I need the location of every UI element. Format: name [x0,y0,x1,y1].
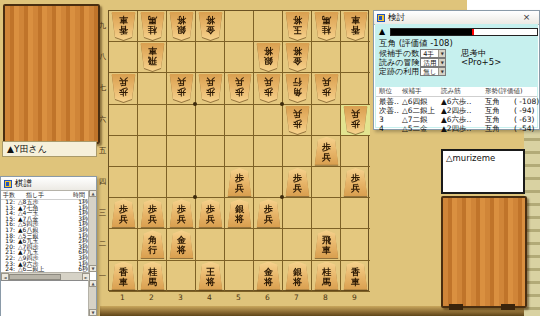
chevron-down-icon[interactable]: ▼ [438,59,445,66]
square-5六[interactable] [225,105,254,136]
setting-label: 読みの冒険 [379,58,419,67]
chevron-down-icon[interactable]: ▼ [438,68,445,75]
kifu-titlebar[interactable]: 棋譜 [1,177,96,191]
file-labels: 123456789 [108,292,369,303]
komadai-foot [501,304,515,310]
sente-mark: ▲ [379,27,385,36]
sente-piece-歩兵[interactable]: 歩兵 [314,74,339,102]
sente-piece-歩兵[interactable]: 歩兵 [256,74,281,102]
sente-piece-金将[interactable]: 金将 [198,12,223,40]
square-9五[interactable] [341,136,370,167]
rank-label: 四 [97,166,108,197]
square-2八[interactable]: 飛車 [138,42,167,73]
col-rank: 順位 [379,87,392,96]
gote-piece-王将[interactable]: 王将 [198,262,223,290]
square-8六[interactable] [312,105,341,136]
square-9一[interactable]: 香車 [341,261,370,292]
file-label: 9 [340,292,369,303]
candidate-pv: ▲6六歩.. [441,97,471,106]
square-2七[interactable] [138,73,167,104]
file-label: 5 [224,292,253,303]
square-9九[interactable]: 香車 [341,11,370,42]
candidate-judgement: 互角 [485,124,500,133]
file-label: 7 [282,292,311,303]
square-5二[interactable] [225,229,254,260]
square-6三[interactable]: 歩兵 [254,198,283,229]
square-8七[interactable]: 歩兵 [312,73,341,104]
sente-piece-角行[interactable]: 角行 [285,74,310,102]
kifu-vertical-scrollbar[interactable]: ▲ ▼ [88,190,96,272]
scroll-up-icon[interactable]: ▲ [89,280,97,287]
square-1七[interactable]: 歩兵 [109,73,138,104]
candidate-move: △7二銀 [402,115,428,124]
candidate-score: ( -54) [514,124,535,133]
candidate-move: △6四銀 [402,97,428,106]
square-8九[interactable]: 桂馬 [312,11,341,42]
sente-piece-歩兵[interactable]: 歩兵 [343,106,368,134]
sente-piece-歩兵[interactable]: 歩兵 [169,74,194,102]
square-6二[interactable] [254,229,283,260]
gote-piece-香車[interactable]: 香車 [343,262,368,290]
gote-piece-銀将[interactable]: 銀将 [227,199,252,227]
square-3五[interactable] [167,136,196,167]
gote-piece-香車[interactable]: 香車 [111,262,136,290]
analysis-window-icon [377,14,385,22]
setting-label: 定跡の利用 [379,67,419,76]
gote-piece-歩兵[interactable]: 歩兵 [256,199,281,227]
kifu-horizontal-scrollbar[interactable]: ◄ ► [1,272,90,280]
square-7八[interactable]: 金将 [283,42,312,73]
sente-komadai [3,4,100,144]
sente-name-plate: ▲Y田さん [2,141,97,157]
square-4九[interactable]: 金将 [196,11,225,42]
candidate-row[interactable]: 次善..△6二銀上▲2四歩..互角( -94) [376,106,537,115]
col-candidate: 候補手 [402,87,422,96]
gote-piece-角行[interactable]: 角行 [140,230,165,258]
square-4五[interactable] [196,136,225,167]
square-3四[interactable] [167,167,196,198]
square-2二[interactable]: 角行 [138,229,167,260]
eval-bar-tick [472,29,474,35]
square-4三[interactable]: 歩兵 [196,198,225,229]
analysis-body: ▲ △ 互角 (評価値 -108) 候補手の数4手▼ 思考中 読みの冒険活用▼ … [375,24,538,128]
scroll-down-icon[interactable]: ▼ [89,309,97,316]
square-1六[interactable] [109,105,138,136]
gote-komadai [441,196,527,308]
dropdown-value: 活用 [423,60,436,67]
square-5九[interactable] [225,11,254,42]
square-1四[interactable] [109,167,138,198]
square-7二[interactable] [283,229,312,260]
file-label: 6 [253,292,282,303]
sente-piece-香車[interactable]: 香車 [111,12,136,40]
square-2五[interactable] [138,136,167,167]
setting-candidates: 候補手の数4手▼ 思考中 [379,49,446,58]
square-8三[interactable] [312,198,341,229]
square-6七[interactable]: 歩兵 [254,73,283,104]
gote-name-plate: △murizeme [441,149,525,194]
square-1一[interactable]: 香車 [109,261,138,292]
square-1二[interactable] [109,229,138,260]
eval-bar-fill [391,29,473,35]
gote-piece-飛車[interactable]: 飛車 [314,230,339,258]
scroll-up-icon[interactable]: ▲ [89,190,97,197]
gote-piece-歩兵[interactable]: 歩兵 [140,199,165,227]
close-icon[interactable]: × [521,12,532,23]
square-6五[interactable] [254,136,283,167]
file-label: 2 [137,292,166,303]
col-pv: 読み筋 [441,87,461,96]
square-1五[interactable] [109,136,138,167]
candidate-judgement: 互角 [485,97,500,106]
sente-piece-歩兵[interactable]: 歩兵 [285,106,310,134]
gote-piece-金将[interactable]: 金将 [256,262,281,290]
square-6四[interactable] [254,167,283,198]
candidate-rank: 次善.. [379,106,399,115]
square-3一[interactable] [167,261,196,292]
sente-piece-銀将[interactable]: 銀将 [169,12,194,40]
square-2四[interactable] [138,167,167,198]
square-4四[interactable] [196,167,225,198]
engine-level: <Pro+5> [461,58,501,67]
square-7九[interactable]: 玉将 [283,11,312,42]
sente-piece-金将[interactable]: 金将 [285,43,310,71]
analysis-titlebar[interactable]: 検討 × [374,11,539,25]
gote-piece-桂馬[interactable]: 桂馬 [314,262,339,290]
square-3九[interactable]: 銀将 [167,11,196,42]
square-4二[interactable] [196,229,225,260]
candidate-pv: ▲6六歩.. [441,115,471,124]
candidate-rank: 最善.. [379,97,399,106]
kifu-window: 棋譜 手数 指し手 時間 12:△8五歩1秒13:▲7七角1秒14:△4一玉1秒… [0,176,97,316]
square-3七[interactable]: 歩兵 [167,73,196,104]
candidate-rank: 3 [379,115,384,124]
square-6九[interactable] [254,11,283,42]
gote-piece-金将[interactable]: 金将 [169,230,194,258]
kifu-window-icon [4,180,12,188]
candidate-move: △6二銀上 [402,106,435,115]
evaluation-bar: ▲ △ [379,27,538,36]
candidate-rank: 4 [379,124,384,133]
square-2一[interactable]: 桂馬 [138,261,167,292]
candidate-row[interactable]: 最善..△6四銀▲6六歩..互角( -108) [376,97,537,106]
hoshi-dot [193,102,197,106]
sente-piece-銀将[interactable]: 銀将 [256,43,281,71]
scroll-down-icon[interactable]: ▼ [89,265,97,272]
hoshi-dot [193,195,197,199]
square-8一[interactable]: 桂馬 [312,261,341,292]
square-8八[interactable] [312,42,341,73]
gote-piece-歩兵[interactable]: 歩兵 [285,168,310,196]
candidate-judgement: 互角 [485,115,500,124]
candidate-row[interactable]: 3△7二銀▲6六歩..互角( -63) [376,115,537,124]
sente-piece-桂馬[interactable]: 桂馬 [140,12,165,40]
candidate-score: ( -108) [514,97,539,106]
square-8五[interactable]: 歩兵 [312,136,341,167]
kifu-move-list[interactable]: 12:△8五歩1秒13:▲7七角1秒14:△4一玉1秒15:▲7八金3秒16:△… [1,199,90,272]
rank-label: 三 [97,197,108,228]
setting-label: 候補手の数 [379,49,419,58]
gote-piece-歩兵[interactable]: 歩兵 [169,199,194,227]
file-label: 8 [311,292,340,303]
square-7七[interactable]: 角行 [283,73,312,104]
kifu-comment-box[interactable] [1,280,96,316]
rank-label: 九 [97,10,108,41]
square-2三[interactable]: 歩兵 [138,198,167,229]
gote-piece-歩兵[interactable]: 歩兵 [314,137,339,165]
sente-piece-歩兵[interactable]: 歩兵 [198,74,223,102]
candidate-row[interactable]: 4△5二金▲2四歩..互角( -54) [376,124,537,133]
candidate-move: △5二金 [402,124,428,133]
hoshi-dot [280,102,284,106]
kifu-move-row[interactable]: 24:△6二銀上6秒 [1,266,90,272]
square-2九[interactable]: 桂馬 [138,11,167,42]
square-6八[interactable]: 銀将 [254,42,283,73]
kifu-window-title: 棋譜 [15,177,32,190]
sente-piece-玉将[interactable]: 玉将 [285,12,310,40]
square-5一[interactable] [225,261,254,292]
square-7四[interactable]: 歩兵 [283,167,312,198]
square-5七[interactable]: 歩兵 [225,73,254,104]
gote-piece-歩兵[interactable]: 歩兵 [198,199,223,227]
setting-search: 読みの冒険活用▼ <Pro+5> [379,58,446,67]
joseki-dropdown[interactable]: 無し▼ [420,67,446,76]
square-5八[interactable] [225,42,254,73]
square-6六[interactable] [254,105,283,136]
gote-piece-歩兵[interactable]: 歩兵 [111,199,136,227]
rank-label: 一 [97,260,108,291]
square-4八[interactable] [196,42,225,73]
hoshi-dot [280,195,284,199]
square-5三[interactable]: 銀将 [225,198,254,229]
square-9七[interactable] [341,73,370,104]
square-4七[interactable]: 歩兵 [196,73,225,104]
gote-piece-歩兵[interactable]: 歩兵 [343,168,368,196]
shogi-board: 香車桂馬銀将金将玉将桂馬香車飛車銀将金将歩兵歩兵歩兵歩兵歩兵角行歩兵歩兵歩兵歩兵… [108,10,369,291]
square-5四[interactable]: 歩兵 [225,167,254,198]
square-4一[interactable]: 王将 [196,261,225,292]
square-3八[interactable] [167,42,196,73]
square-1三[interactable]: 歩兵 [109,198,138,229]
square-2六[interactable] [138,105,167,136]
rank-label: 二 [97,228,108,259]
square-3二[interactable]: 金将 [167,229,196,260]
move-number: 24: [1,266,15,272]
sente-piece-歩兵[interactable]: 歩兵 [227,74,252,102]
square-9六[interactable]: 歩兵 [341,105,370,136]
candidate-table-header: 順位 候補手 読み筋 形勢(評価値) [376,87,537,97]
candidate-rows: 最善..△6四銀▲6六歩..互角( -108)次善..△6二銀上▲2四歩..互角… [376,97,537,127]
square-1八[interactable] [109,42,138,73]
file-label: 3 [166,292,195,303]
square-9三[interactable] [341,198,370,229]
rank-label: 六 [97,104,108,135]
candidates-dropdown[interactable]: 4手▼ [420,49,446,58]
square-9四[interactable]: 歩兵 [341,167,370,198]
square-7三[interactable] [283,198,312,229]
sente-piece-歩兵[interactable]: 歩兵 [111,74,136,102]
square-8二[interactable]: 飛車 [312,229,341,260]
rank-label: 七 [97,72,108,103]
file-label: 4 [195,292,224,303]
dropdown-value: 無し [423,69,436,76]
square-7一[interactable]: 銀将 [283,261,312,292]
candidate-pv: ▲2四歩.. [441,124,471,133]
square-7六[interactable]: 歩兵 [283,105,312,136]
dropdown-value: 4手 [423,51,434,58]
square-3六[interactable] [167,105,196,136]
file-label: 1 [108,292,137,303]
sente-piece-香車[interactable]: 香車 [343,12,368,40]
shogi-app: { "game": "shogi", "position": { "sfen":… [0,0,540,316]
rank-label: 八 [97,41,108,72]
square-9二[interactable] [341,229,370,260]
search-dropdown[interactable]: 活用▼ [420,58,446,67]
gote-piece-桂馬[interactable]: 桂馬 [140,262,165,290]
analysis-window: 検討 × ▲ △ 互角 (評価値 -108) 候補手の数4手▼ 思考中 読みの冒… [373,10,540,130]
gote-piece-銀将[interactable]: 銀将 [285,262,310,290]
square-4六[interactable] [196,105,225,136]
square-3三[interactable]: 歩兵 [167,198,196,229]
square-8四[interactable] [312,167,341,198]
komadai-foot [449,304,463,310]
candidate-table: 順位 候補手 読み筋 形勢(評価値) 最善..△6四銀▲6六歩..互角( -10… [376,87,537,127]
square-6一[interactable]: 金将 [254,261,283,292]
candidate-judgement: 互角 [485,106,500,115]
eval-bar-track [390,28,538,36]
square-5五[interactable] [225,136,254,167]
col-judgement: 形勢(評価値) [485,87,523,96]
candidate-score: ( -94) [514,106,535,115]
gote-piece-歩兵[interactable]: 歩兵 [227,168,252,196]
sente-piece-桂馬[interactable]: 桂馬 [314,12,339,40]
comment-vertical-scrollbar[interactable]: ▲ ▼ [88,280,96,316]
square-1九[interactable]: 香車 [109,11,138,42]
candidate-pv: ▲2四歩.. [441,106,471,115]
chevron-down-icon[interactable]: ▼ [438,50,445,57]
rank-label: 五 [97,135,108,166]
setting-joseki: 定跡の利用無し▼ [379,67,446,76]
analysis-window-title: 検討 [388,11,405,24]
square-9八[interactable] [341,42,370,73]
square-7五[interactable] [283,136,312,167]
move-time: 6秒 [78,266,88,272]
sente-piece-飛車[interactable]: 飛車 [140,43,165,71]
candidate-score: ( -63) [514,115,535,124]
move-text: △6二銀上 [18,265,44,272]
rank-labels: 九八七六五四三二一 [97,10,108,291]
